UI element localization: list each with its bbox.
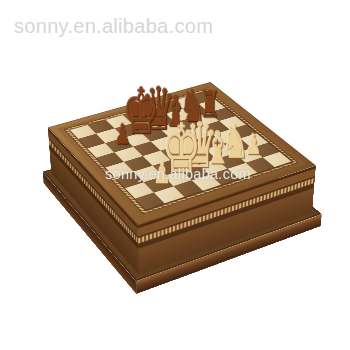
chess-box: ♟♚♛♝♞♜♟♚♛♝♞♟ (48, 82, 316, 226)
product-photo-stage: sonny.en.alibaba.com ♟♚♛♝♞♜♟♚♛♝♞♟ (0, 0, 350, 350)
piece-black-pawn: ♟ (115, 120, 131, 148)
piece-white-pawn: ♟ (154, 158, 171, 188)
chess-box-scene: ♟♚♛♝♞♜♟♚♛♝♞♟ (0, 0, 350, 350)
